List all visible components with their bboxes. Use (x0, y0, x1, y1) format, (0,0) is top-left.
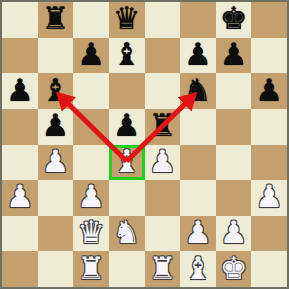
piece-white-pawn-f2[interactable]: ♟ (184, 217, 212, 248)
piece-black-bishop-d7[interactable]: ♝ (113, 39, 141, 70)
square-b3[interactable] (38, 180, 74, 216)
square-e3[interactable] (145, 180, 181, 216)
square-f7[interactable]: ♟ (180, 38, 216, 74)
square-c7[interactable]: ♟ (73, 38, 109, 74)
square-a7[interactable] (2, 38, 38, 74)
square-h5[interactable] (251, 109, 287, 145)
piece-black-bishop-b6[interactable]: ♝ (42, 75, 70, 106)
square-f4[interactable] (180, 145, 216, 181)
square-f8[interactable] (180, 2, 216, 38)
square-b1[interactable] (38, 251, 74, 287)
square-g4[interactable] (216, 145, 252, 181)
square-g6[interactable] (216, 73, 252, 109)
chess-board-frame: ♜♛♚♟♝♟♟♟♝♞♟♟♟♜♟♝♟♟♟♟♛♞♟♟♜♜♝♚ (0, 0, 289, 289)
piece-black-pawn-g7[interactable]: ♟ (220, 39, 248, 70)
square-a1[interactable] (2, 251, 38, 287)
square-d5[interactable]: ♟ (109, 109, 145, 145)
square-b6[interactable]: ♝ (38, 73, 74, 109)
square-d3[interactable] (109, 180, 145, 216)
piece-white-king-g1[interactable]: ♚ (220, 253, 248, 284)
square-b4[interactable]: ♟ (38, 145, 74, 181)
square-b5[interactable]: ♟ (38, 109, 74, 145)
square-a5[interactable] (2, 109, 38, 145)
square-c4[interactable] (73, 145, 109, 181)
square-f2[interactable]: ♟ (180, 216, 216, 252)
square-f1[interactable]: ♝ (180, 251, 216, 287)
square-h4[interactable] (251, 145, 287, 181)
piece-black-pawn-a6[interactable]: ♟ (6, 75, 34, 106)
piece-black-pawn-f7[interactable]: ♟ (184, 39, 212, 70)
square-g3[interactable] (216, 180, 252, 216)
square-h8[interactable] (251, 2, 287, 38)
piece-white-bishop-d4[interactable]: ♝ (113, 146, 141, 177)
piece-white-pawn-b4[interactable]: ♟ (42, 146, 70, 177)
piece-white-pawn-c3[interactable]: ♟ (77, 181, 105, 212)
square-h6[interactable]: ♟ (251, 73, 287, 109)
piece-white-queen-c2[interactable]: ♛ (77, 217, 105, 248)
square-d6[interactable] (109, 73, 145, 109)
square-c8[interactable] (73, 2, 109, 38)
square-c3[interactable]: ♟ (73, 180, 109, 216)
square-c1[interactable]: ♜ (73, 251, 109, 287)
square-d2[interactable]: ♞ (109, 216, 145, 252)
square-e2[interactable] (145, 216, 181, 252)
piece-white-pawn-a3[interactable]: ♟ (6, 181, 34, 212)
square-a4[interactable] (2, 145, 38, 181)
square-g7[interactable]: ♟ (216, 38, 252, 74)
piece-black-pawn-d5[interactable]: ♟ (113, 110, 141, 141)
square-d4-highlighted[interactable]: ♝ (109, 145, 145, 181)
square-g5[interactable] (216, 109, 252, 145)
square-e7[interactable] (145, 38, 181, 74)
piece-white-pawn-e4[interactable]: ♟ (148, 146, 176, 177)
square-b7[interactable] (38, 38, 74, 74)
square-d1[interactable] (109, 251, 145, 287)
square-h7[interactable] (251, 38, 287, 74)
square-h2[interactable] (251, 216, 287, 252)
square-d8[interactable]: ♛ (109, 2, 145, 38)
piece-black-king-g8[interactable]: ♚ (220, 3, 248, 34)
piece-black-rook-e5[interactable]: ♜ (148, 110, 176, 141)
chess-board: ♜♛♚♟♝♟♟♟♝♞♟♟♟♜♟♝♟♟♟♟♛♞♟♟♜♜♝♚ (2, 2, 287, 287)
square-a3[interactable]: ♟ (2, 180, 38, 216)
square-e4[interactable]: ♟ (145, 145, 181, 181)
piece-white-knight-d2[interactable]: ♞ (113, 217, 141, 248)
square-b2[interactable] (38, 216, 74, 252)
piece-white-rook-c1[interactable]: ♜ (77, 253, 105, 284)
square-c5[interactable] (73, 109, 109, 145)
piece-black-pawn-b5[interactable]: ♟ (42, 110, 70, 141)
piece-black-knight-f6[interactable]: ♞ (184, 75, 212, 106)
square-f5[interactable] (180, 109, 216, 145)
piece-black-rook-b8[interactable]: ♜ (42, 3, 70, 34)
piece-white-pawn-h3[interactable]: ♟ (255, 181, 283, 212)
piece-black-pawn-c7[interactable]: ♟ (77, 39, 105, 70)
square-g2[interactable]: ♟ (216, 216, 252, 252)
square-h3[interactable]: ♟ (251, 180, 287, 216)
square-a2[interactable] (2, 216, 38, 252)
square-a8[interactable] (2, 2, 38, 38)
piece-white-pawn-g2[interactable]: ♟ (220, 217, 248, 248)
square-e5[interactable]: ♜ (145, 109, 181, 145)
square-c2[interactable]: ♛ (73, 216, 109, 252)
piece-white-bishop-f1[interactable]: ♝ (184, 253, 212, 284)
square-e1[interactable]: ♜ (145, 251, 181, 287)
square-a6[interactable]: ♟ (2, 73, 38, 109)
square-g1[interactable]: ♚ (216, 251, 252, 287)
square-e6[interactable] (145, 73, 181, 109)
square-e8[interactable] (145, 2, 181, 38)
piece-black-queen-d8[interactable]: ♛ (113, 3, 141, 34)
square-d7[interactable]: ♝ (109, 38, 145, 74)
piece-black-pawn-h6[interactable]: ♟ (255, 75, 283, 106)
square-b8[interactable]: ♜ (38, 2, 74, 38)
square-f3[interactable] (180, 180, 216, 216)
square-h1[interactable] (251, 251, 287, 287)
square-f6[interactable]: ♞ (180, 73, 216, 109)
piece-white-rook-e1[interactable]: ♜ (148, 253, 176, 284)
square-g8[interactable]: ♚ (216, 2, 252, 38)
square-c6[interactable] (73, 73, 109, 109)
